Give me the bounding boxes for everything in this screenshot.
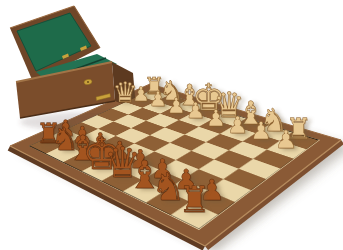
product-photo-stage: ♜︎♞︎♝︎♚︎♛︎♝︎♞︎♜︎♟︎♟︎♟︎♟︎♟︎♟︎♟︎♟︎♟︎♟︎♟︎♟︎… xyxy=(0,0,343,250)
